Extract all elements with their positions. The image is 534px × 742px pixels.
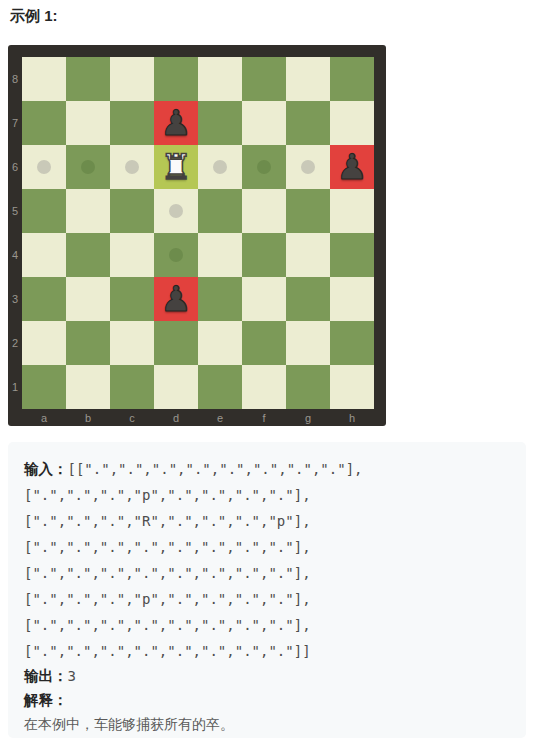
square-a8 (22, 57, 66, 101)
square-d8 (154, 57, 198, 101)
board-grid: ♟♜♟♟ (22, 57, 374, 409)
square-f2 (242, 321, 286, 365)
move-dot (81, 160, 95, 174)
square-g7 (286, 101, 330, 145)
input-line-2: [".",".",".","p",".",".",".","."], (24, 482, 510, 508)
move-dot (37, 160, 51, 174)
file-label-a: a (22, 409, 66, 426)
square-e3 (198, 277, 242, 321)
square-h1 (330, 365, 374, 409)
square-e1 (198, 365, 242, 409)
square-d2 (154, 321, 198, 365)
square-e2 (198, 321, 242, 365)
square-c2 (110, 321, 154, 365)
page: 示例 1: 87654321 ♟♜♟♟ abcdefgh 输入：[[".",".… (0, 0, 534, 742)
square-d6: ♜ (154, 145, 198, 189)
input-line-5: [".",".",".",".",".",".",".","."], (24, 560, 510, 586)
square-b4 (66, 233, 110, 277)
rank-label-8: 8 (8, 57, 22, 101)
square-h3 (330, 277, 374, 321)
input-array: 输入：[[".",".",".",".",".",".",".","."],["… (24, 456, 510, 664)
example-title: 示例 1: (10, 6, 58, 26)
input-line-8: [".",".",".",".",".",".",".","."]] (24, 638, 510, 664)
square-d3: ♟ (154, 277, 198, 321)
square-h6: ♟ (330, 145, 374, 189)
white-rook: ♜ (160, 150, 191, 185)
square-g2 (286, 321, 330, 365)
file-label-d: d (154, 409, 198, 426)
file-label-h: h (330, 409, 374, 426)
square-d5 (154, 189, 198, 233)
square-e8 (198, 57, 242, 101)
rank-label-2: 2 (8, 321, 22, 365)
file-labels: abcdefgh (22, 409, 374, 426)
square-c6 (110, 145, 154, 189)
rank-label-3: 3 (8, 277, 22, 321)
square-b2 (66, 321, 110, 365)
output-value: 3 (68, 668, 76, 684)
square-f3 (242, 277, 286, 321)
black-pawn: ♟ (160, 106, 191, 141)
square-b3 (66, 277, 110, 321)
square-h5 (330, 189, 374, 233)
input-line-4: [".",".",".",".",".",".",".","."], (24, 534, 510, 560)
square-b8 (66, 57, 110, 101)
move-dot (213, 160, 227, 174)
square-f6 (242, 145, 286, 189)
explanation-label: 解释： (24, 692, 68, 708)
square-b5 (66, 189, 110, 233)
explanation-label-line: 解释： (24, 688, 510, 712)
square-e4 (198, 233, 242, 277)
square-c4 (110, 233, 154, 277)
input-line-6: [".",".",".","p",".",".",".","."], (24, 586, 510, 612)
square-a3 (22, 277, 66, 321)
black-pawn: ♟ (336, 150, 367, 185)
black-pawn: ♟ (160, 282, 191, 317)
square-e6 (198, 145, 242, 189)
square-d7: ♟ (154, 101, 198, 145)
explanation-line: 在本例中，车能够捕获所有的卒。 (24, 712, 510, 736)
square-d1 (154, 365, 198, 409)
file-label-b: b (66, 409, 110, 426)
move-dot (257, 160, 271, 174)
file-label-g: g (286, 409, 330, 426)
rank-label-4: 4 (8, 233, 22, 277)
chess-board: 87654321 ♟♜♟♟ abcdefgh (8, 45, 386, 426)
square-b6 (66, 145, 110, 189)
square-a7 (22, 101, 66, 145)
square-h8 (330, 57, 374, 101)
square-a6 (22, 145, 66, 189)
rank-label-5: 5 (8, 189, 22, 233)
move-dot (169, 204, 183, 218)
square-a4 (22, 233, 66, 277)
output-line: 输出：3 (24, 664, 510, 688)
square-f8 (242, 57, 286, 101)
square-e5 (198, 189, 242, 233)
input-line-1: 输入：[[".",".",".",".",".",".",".","."], (24, 456, 510, 482)
square-c1 (110, 365, 154, 409)
file-label-c: c (110, 409, 154, 426)
file-label-e: e (198, 409, 242, 426)
square-h2 (330, 321, 374, 365)
explanation-text: 在本例中，车能够捕获所有的卒。 (24, 716, 234, 732)
square-c7 (110, 101, 154, 145)
rank-labels: 87654321 (8, 57, 22, 409)
input-label: 输入： (24, 461, 68, 477)
rank-label-7: 7 (8, 101, 22, 145)
square-f7 (242, 101, 286, 145)
example-block: 输入：[[".",".",".",".",".",".",".","."],["… (8, 442, 526, 738)
input-line-7: [".",".",".",".",".",".",".","."], (24, 612, 510, 638)
square-d4 (154, 233, 198, 277)
square-a2 (22, 321, 66, 365)
square-e7 (198, 101, 242, 145)
output-label: 输出： (24, 668, 68, 684)
rank-label-1: 1 (8, 365, 22, 409)
square-h7 (330, 101, 374, 145)
input-line-3: [".",".",".","R",".",".",".","p"], (24, 508, 510, 534)
square-a1 (22, 365, 66, 409)
file-label-f: f (242, 409, 286, 426)
square-c8 (110, 57, 154, 101)
move-dot (301, 160, 315, 174)
square-h4 (330, 233, 374, 277)
rank-label-6: 6 (8, 145, 22, 189)
square-b1 (66, 365, 110, 409)
square-b7 (66, 101, 110, 145)
square-f4 (242, 233, 286, 277)
square-g3 (286, 277, 330, 321)
square-g8 (286, 57, 330, 101)
move-dot (169, 248, 183, 262)
square-f5 (242, 189, 286, 233)
square-c5 (110, 189, 154, 233)
square-g1 (286, 365, 330, 409)
move-dot (125, 160, 139, 174)
square-g5 (286, 189, 330, 233)
square-g4 (286, 233, 330, 277)
square-a5 (22, 189, 66, 233)
square-f1 (242, 365, 286, 409)
square-g6 (286, 145, 330, 189)
square-c3 (110, 277, 154, 321)
